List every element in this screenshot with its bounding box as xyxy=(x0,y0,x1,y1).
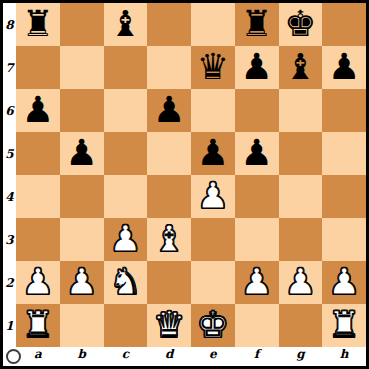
rank-label-5: 5 xyxy=(3,132,16,175)
square-a8[interactable]: ♜ xyxy=(16,3,60,46)
rank-label-2: 2 xyxy=(3,261,16,304)
piece-white-queen[interactable]: ♛ xyxy=(153,307,185,343)
piece-black-queen[interactable]: ♛ xyxy=(197,49,229,85)
rank-label-1: 1 xyxy=(3,304,16,347)
piece-black-pawn[interactable]: ♟ xyxy=(197,135,229,171)
square-f6[interactable] xyxy=(235,89,279,132)
piece-white-pawn[interactable]: ♟ xyxy=(65,264,97,300)
piece-white-rook[interactable]: ♜ xyxy=(22,307,54,343)
square-f2[interactable]: ♟ xyxy=(235,261,279,304)
piece-white-pawn[interactable]: ♟ xyxy=(109,221,141,257)
file-label-d: d xyxy=(147,347,191,366)
square-b6[interactable] xyxy=(60,89,104,132)
file-label-g: g xyxy=(279,347,323,366)
piece-white-king[interactable]: ♚ xyxy=(197,307,229,343)
square-c5[interactable] xyxy=(104,132,148,175)
square-e7[interactable]: ♛ xyxy=(191,46,235,89)
square-d3[interactable]: ♝ xyxy=(147,218,191,261)
piece-white-pawn[interactable]: ♟ xyxy=(328,264,360,300)
square-h4[interactable] xyxy=(322,175,366,218)
square-h5[interactable] xyxy=(322,132,366,175)
square-e2[interactable] xyxy=(191,261,235,304)
piece-black-bishop[interactable]: ♝ xyxy=(109,6,141,42)
piece-white-pawn[interactable]: ♟ xyxy=(22,264,54,300)
square-a5[interactable] xyxy=(16,132,60,175)
rank-label-3: 3 xyxy=(3,218,16,261)
square-g7[interactable]: ♝ xyxy=(279,46,323,89)
square-g8[interactable]: ♚ xyxy=(279,3,323,46)
piece-black-rook[interactable]: ♜ xyxy=(240,6,272,42)
square-d7[interactable] xyxy=(147,46,191,89)
white-to-move-indicator xyxy=(6,349,21,364)
square-a6[interactable]: ♟ xyxy=(16,89,60,132)
piece-black-bishop[interactable]: ♝ xyxy=(284,49,316,85)
square-b8[interactable] xyxy=(60,3,104,46)
rank-label-7: 7 xyxy=(3,46,16,89)
square-c6[interactable] xyxy=(104,89,148,132)
piece-white-pawn[interactable]: ♟ xyxy=(197,178,229,214)
square-g1[interactable] xyxy=(279,304,323,347)
square-b7[interactable] xyxy=(60,46,104,89)
square-c2[interactable]: ♞ xyxy=(104,261,148,304)
square-d8[interactable] xyxy=(147,3,191,46)
file-labels: abcdefgh xyxy=(16,347,366,366)
square-g5[interactable] xyxy=(279,132,323,175)
square-g2[interactable]: ♟ xyxy=(279,261,323,304)
square-h6[interactable] xyxy=(322,89,366,132)
square-f3[interactable] xyxy=(235,218,279,261)
square-d1[interactable]: ♛ xyxy=(147,304,191,347)
square-c1[interactable] xyxy=(104,304,148,347)
square-g6[interactable] xyxy=(279,89,323,132)
piece-white-bishop[interactable]: ♝ xyxy=(153,221,185,257)
square-d6[interactable]: ♟ xyxy=(147,89,191,132)
square-f5[interactable]: ♟ xyxy=(235,132,279,175)
square-a3[interactable] xyxy=(16,218,60,261)
piece-white-knight[interactable]: ♞ xyxy=(109,264,141,300)
file-label-b: b xyxy=(60,347,104,366)
square-b5[interactable]: ♟ xyxy=(60,132,104,175)
square-a1[interactable]: ♜ xyxy=(16,304,60,347)
piece-white-rook[interactable]: ♜ xyxy=(328,307,360,343)
square-g3[interactable] xyxy=(279,218,323,261)
square-f7[interactable]: ♟ xyxy=(235,46,279,89)
square-c7[interactable] xyxy=(104,46,148,89)
square-b2[interactable]: ♟ xyxy=(60,261,104,304)
file-label-c: c xyxy=(104,347,148,366)
square-f8[interactable]: ♜ xyxy=(235,3,279,46)
square-f1[interactable] xyxy=(235,304,279,347)
square-e4[interactable]: ♟ xyxy=(191,175,235,218)
rank-labels: 87654321 xyxy=(3,3,16,347)
square-a4[interactable] xyxy=(16,175,60,218)
piece-black-rook[interactable]: ♜ xyxy=(22,6,54,42)
square-a7[interactable] xyxy=(16,46,60,89)
square-h7[interactable]: ♟ xyxy=(322,46,366,89)
square-c3[interactable]: ♟ xyxy=(104,218,148,261)
square-h2[interactable]: ♟ xyxy=(322,261,366,304)
piece-white-pawn[interactable]: ♟ xyxy=(240,264,272,300)
piece-black-pawn[interactable]: ♟ xyxy=(240,135,272,171)
square-e6[interactable] xyxy=(191,89,235,132)
chess-board[interactable]: ♜♝♜♚♛♟♝♟♟♟♟♟♟♟♟♝♟♟♞♟♟♟♜♛♚♜ xyxy=(16,3,366,347)
rank-label-4: 4 xyxy=(3,175,16,218)
rank-label-6: 6 xyxy=(3,89,16,132)
file-label-e: e xyxy=(191,347,235,366)
piece-black-pawn[interactable]: ♟ xyxy=(22,92,54,128)
piece-black-pawn[interactable]: ♟ xyxy=(328,49,360,85)
rank-label-8: 8 xyxy=(3,3,16,46)
square-e3[interactable] xyxy=(191,218,235,261)
square-b3[interactable] xyxy=(60,218,104,261)
square-b1[interactable] xyxy=(60,304,104,347)
square-f4[interactable] xyxy=(235,175,279,218)
file-label-a: a xyxy=(16,347,60,366)
piece-white-pawn[interactable]: ♟ xyxy=(284,264,316,300)
square-e8[interactable] xyxy=(191,3,235,46)
square-d2[interactable] xyxy=(147,261,191,304)
square-g4[interactable] xyxy=(279,175,323,218)
square-h1[interactable]: ♜ xyxy=(322,304,366,347)
square-c8[interactable]: ♝ xyxy=(104,3,148,46)
square-c4[interactable] xyxy=(104,175,148,218)
file-label-h: h xyxy=(322,347,366,366)
square-h3[interactable] xyxy=(322,218,366,261)
square-d4[interactable] xyxy=(147,175,191,218)
square-e1[interactable]: ♚ xyxy=(191,304,235,347)
square-h8[interactable] xyxy=(322,3,366,46)
piece-black-king[interactable]: ♚ xyxy=(284,6,316,42)
square-a2[interactable]: ♟ xyxy=(16,261,60,304)
piece-black-pawn[interactable]: ♟ xyxy=(153,92,185,128)
square-d5[interactable] xyxy=(147,132,191,175)
square-e5[interactable]: ♟ xyxy=(191,132,235,175)
square-b4[interactable] xyxy=(60,175,104,218)
piece-black-pawn[interactable]: ♟ xyxy=(65,135,97,171)
file-label-f: f xyxy=(235,347,279,366)
chess-diagram: 87654321 ♜♝♜♚♛♟♝♟♟♟♟♟♟♟♟♝♟♟♞♟♟♟♜♛♚♜ abcd… xyxy=(0,0,369,369)
piece-black-pawn[interactable]: ♟ xyxy=(240,49,272,85)
